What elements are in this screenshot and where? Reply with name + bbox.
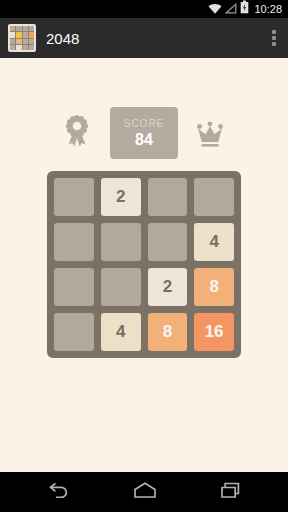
- empty-cell: [194, 178, 234, 216]
- app-icon-cell: [23, 45, 28, 50]
- app-icon-mini-board: [10, 26, 34, 50]
- app-icon-cell: [29, 45, 34, 50]
- app-icon-cell: [10, 32, 15, 37]
- back-icon: [47, 482, 71, 502]
- empty-cell: [101, 268, 141, 306]
- score-panel: SCORE 84: [110, 107, 178, 159]
- tile-4: 4: [101, 313, 141, 351]
- empty-cell: [54, 268, 94, 306]
- phone-screen: 10:28 2048 SCORE 84: [0, 0, 288, 512]
- score-value: 84: [135, 131, 153, 149]
- app-icon-cell: [16, 39, 21, 44]
- tile-4: 4: [194, 223, 234, 261]
- home-button[interactable]: [133, 482, 157, 502]
- tile-8: 8: [148, 313, 188, 351]
- recents-icon: [219, 482, 241, 502]
- app-launcher-icon: [8, 24, 36, 52]
- empty-cell: [148, 178, 188, 216]
- empty-cell: [54, 178, 94, 216]
- award-rosette-icon: [62, 112, 92, 156]
- app-icon-cell: [10, 39, 15, 44]
- tile-16: 16: [194, 313, 234, 351]
- app-icon-cell: [29, 32, 34, 37]
- empty-cell: [148, 223, 188, 261]
- back-button[interactable]: [47, 482, 71, 502]
- overflow-dot: [272, 30, 276, 34]
- app-icon-cell: [29, 39, 34, 44]
- tile-2: 2: [101, 178, 141, 216]
- app-icon-cell: [29, 26, 34, 31]
- score-label: SCORE: [124, 118, 165, 129]
- home-icon: [133, 482, 157, 502]
- empty-cell: [54, 313, 94, 351]
- board[interactable]: 24284816: [47, 171, 241, 358]
- navigation-bar: [0, 472, 288, 512]
- signal-triangle-icon: [225, 0, 237, 18]
- app-icon-cell: [23, 26, 28, 31]
- battery-charging-icon: [240, 0, 249, 18]
- app-title: 2048: [46, 30, 79, 47]
- app-icon-cell: [23, 39, 28, 44]
- app-bar: 2048: [0, 18, 288, 58]
- overflow-dot: [272, 36, 276, 40]
- app-icon-cell: [23, 32, 28, 37]
- app-icon-cell: [16, 45, 21, 50]
- app-icon-cell: [16, 26, 21, 31]
- app-icon-cell: [10, 26, 15, 31]
- empty-cell: [101, 223, 141, 261]
- app-icon-cell: [10, 45, 15, 50]
- empty-cell: [54, 223, 94, 261]
- clock: 10:28: [254, 0, 282, 18]
- wifi-icon: [208, 0, 222, 18]
- status-bar: 10:28: [0, 0, 288, 18]
- recents-button[interactable]: [219, 482, 241, 502]
- tile-2: 2: [148, 268, 188, 306]
- tile-8: 8: [194, 268, 234, 306]
- crown-icon: [195, 121, 225, 152]
- overflow-dot: [272, 42, 276, 46]
- app-icon-cell: [16, 32, 21, 37]
- overflow-menu-button[interactable]: [268, 24, 280, 52]
